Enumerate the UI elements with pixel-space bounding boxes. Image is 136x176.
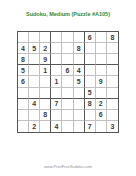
cell-r8c7 (85, 110, 96, 121)
cell-r6c7: 5 (85, 88, 96, 99)
cell-r7c8: 2 (96, 99, 107, 110)
cell-r9c3 (40, 121, 51, 132)
cell-r1c8 (96, 32, 107, 43)
cell-r9c5 (62, 121, 73, 132)
cell-r9c6 (74, 121, 85, 132)
cell-r6c2 (29, 88, 40, 99)
cell-r3c2 (29, 54, 40, 65)
cell-r6c9 (107, 88, 118, 99)
cell-r8c2 (29, 110, 40, 121)
cell-r5c9 (107, 76, 118, 87)
cell-r4c3: 1 (40, 65, 51, 76)
cell-r5c5 (62, 76, 73, 87)
cell-r1c3 (40, 32, 51, 43)
cell-r1c7: 6 (85, 32, 96, 43)
cell-r2c6: 8 (74, 43, 85, 54)
cell-r3c8 (96, 54, 107, 65)
printable-sudoku-page: Sudoku, Medium (Puzzle #A105) 6845288951… (0, 0, 136, 176)
cell-r8c1 (18, 110, 29, 121)
cell-r4c5: 6 (62, 65, 73, 76)
cell-r7c9 (107, 99, 118, 110)
cell-r5c7 (85, 76, 96, 87)
cell-r1c1 (18, 32, 29, 43)
cell-r3c4 (51, 54, 62, 65)
cell-r7c1 (18, 99, 29, 110)
cell-r5c2 (29, 76, 40, 87)
cell-r6c3 (40, 88, 51, 99)
cell-r7c4: 7 (51, 99, 62, 110)
cell-r3c5 (62, 54, 73, 65)
cell-r4c4 (51, 65, 62, 76)
sudoku-grid: 684528895164615954782862473 (17, 31, 119, 133)
cell-r8c6 (74, 110, 85, 121)
cell-r6c5 (62, 88, 73, 99)
puzzle-title: Sudoku, Medium (Puzzle #A105) (0, 11, 136, 17)
cell-r4c7 (85, 65, 96, 76)
cell-r3c6 (74, 54, 85, 65)
cell-r2c2: 5 (29, 43, 40, 54)
cell-r4c2 (29, 65, 40, 76)
cell-r9c7: 7 (85, 121, 96, 132)
cell-r4c8 (96, 65, 107, 76)
cell-r8c4 (51, 110, 62, 121)
cell-r5c1: 6 (18, 76, 29, 87)
cell-r9c1 (18, 121, 29, 132)
cell-r9c2: 2 (29, 121, 40, 132)
cell-r8c8: 6 (96, 110, 107, 121)
cell-r9c4: 4 (51, 121, 62, 132)
cell-r1c6 (74, 32, 85, 43)
cell-r1c4 (51, 32, 62, 43)
cell-r7c3 (40, 99, 51, 110)
cell-r5c8: 9 (96, 76, 107, 87)
cell-r4c6: 4 (74, 65, 85, 76)
cell-r7c7: 8 (85, 99, 96, 110)
cell-r2c9 (107, 43, 118, 54)
cell-r1c5 (62, 32, 73, 43)
cell-r2c1: 4 (18, 43, 29, 54)
cell-r1c2 (29, 32, 40, 43)
cell-r1c9: 8 (107, 32, 118, 43)
cell-r6c4 (51, 88, 62, 99)
cell-r3c7 (85, 54, 96, 65)
cell-r2c4 (51, 43, 62, 54)
cell-r6c1 (18, 88, 29, 99)
cell-r3c9 (107, 54, 118, 65)
cell-r2c5 (62, 43, 73, 54)
cell-r7c6 (74, 99, 85, 110)
cell-r2c7 (85, 43, 96, 54)
cell-r4c9 (107, 65, 118, 76)
cell-r6c6 (74, 88, 85, 99)
cell-r5c3 (40, 76, 51, 87)
cell-r7c2: 4 (29, 99, 40, 110)
cell-r4c1: 5 (18, 65, 29, 76)
cell-r8c5 (62, 110, 73, 121)
cell-r7c5 (62, 99, 73, 110)
cell-r5c4: 1 (51, 76, 62, 87)
cell-r8c9 (107, 110, 118, 121)
footer-url: www.PrintFreeSudoku.com (0, 164, 136, 169)
cell-r3c1: 8 (18, 54, 29, 65)
cell-r9c9: 3 (107, 121, 118, 132)
cell-r9c8 (96, 121, 107, 132)
cell-r2c8 (96, 43, 107, 54)
cell-r3c3: 9 (40, 54, 51, 65)
cell-r2c3: 2 (40, 43, 51, 54)
cell-r5c6: 5 (74, 76, 85, 87)
cell-r6c8 (96, 88, 107, 99)
cell-r8c3: 8 (40, 110, 51, 121)
